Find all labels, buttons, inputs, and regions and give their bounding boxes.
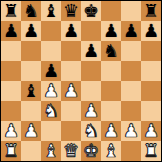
square-g7[interactable]: ♟: [121, 21, 141, 41]
white-pawn-a2[interactable]: ♟: [3, 121, 19, 141]
square-d4[interactable]: ♟: [61, 81, 81, 101]
black-knight-b8[interactable]: ♞: [23, 1, 39, 21]
square-b1[interactable]: [21, 141, 41, 161]
black-pawn-c5[interactable]: ♟: [43, 61, 59, 81]
white-rook-a1[interactable]: ♜: [3, 141, 19, 161]
white-knight-c3[interactable]: ♞: [43, 101, 59, 121]
square-c6[interactable]: [41, 41, 61, 61]
white-king-e1[interactable]: ♚: [83, 141, 99, 161]
white-pawn-h2[interactable]: ♟: [143, 121, 159, 141]
black-bishop-b4[interactable]: ♝: [23, 81, 39, 101]
white-queen-d1[interactable]: ♛: [63, 141, 79, 161]
square-c1[interactable]: ♝: [41, 141, 61, 161]
white-pawn-b2[interactable]: ♟: [23, 121, 39, 141]
square-h4[interactable]: [141, 81, 161, 101]
black-pawn-f7[interactable]: ♟: [103, 21, 119, 41]
white-pawn-d4[interactable]: ♟: [63, 81, 79, 101]
white-knight-e2[interactable]: ♞: [83, 121, 99, 141]
square-a1[interactable]: ♜: [1, 141, 21, 161]
square-e8[interactable]: ♚: [81, 1, 101, 21]
square-g5[interactable]: [121, 61, 141, 81]
square-g3[interactable]: [121, 101, 141, 121]
square-c3[interactable]: ♞: [41, 101, 61, 121]
white-pawn-c4[interactable]: ♟: [43, 81, 59, 101]
square-e2[interactable]: ♞: [81, 121, 101, 141]
square-f3[interactable]: [101, 101, 121, 121]
square-g8[interactable]: [121, 1, 141, 21]
square-a7[interactable]: ♟: [1, 21, 21, 41]
square-c4[interactable]: ♟: [41, 81, 61, 101]
square-h1[interactable]: ♜: [141, 141, 161, 161]
square-e5[interactable]: [81, 61, 101, 81]
square-f4[interactable]: [101, 81, 121, 101]
square-d3[interactable]: [61, 101, 81, 121]
square-a2[interactable]: ♟: [1, 121, 21, 141]
black-queen-d8[interactable]: ♛: [63, 1, 79, 21]
square-f8[interactable]: [101, 1, 121, 21]
black-rook-h8[interactable]: ♜: [143, 1, 159, 21]
square-f1[interactable]: ♝: [101, 141, 121, 161]
white-pawn-f2[interactable]: ♟: [103, 121, 119, 141]
square-a8[interactable]: ♜: [1, 1, 21, 21]
chess-board: ♜♞♝♛♚♜♟♟♟♟♟♟♟♞♟♝♟♟♞♟♟♟♞♟♟♟♜♝♛♚♝♜: [1, 1, 161, 161]
square-h5[interactable]: [141, 61, 161, 81]
square-a6[interactable]: [1, 41, 21, 61]
square-d8[interactable]: ♛: [61, 1, 81, 21]
square-g1[interactable]: [121, 141, 141, 161]
black-pawn-d7[interactable]: ♟: [63, 21, 79, 41]
square-c2[interactable]: [41, 121, 61, 141]
square-f2[interactable]: ♟: [101, 121, 121, 141]
square-d5[interactable]: [61, 61, 81, 81]
square-g2[interactable]: ♟: [121, 121, 141, 141]
square-c7[interactable]: [41, 21, 61, 41]
square-e7[interactable]: [81, 21, 101, 41]
square-h2[interactable]: ♟: [141, 121, 161, 141]
white-rook-h1[interactable]: ♜: [143, 141, 159, 161]
square-f5[interactable]: [101, 61, 121, 81]
square-a5[interactable]: [1, 61, 21, 81]
square-b3[interactable]: [21, 101, 41, 121]
white-bishop-c1[interactable]: ♝: [43, 141, 59, 161]
black-bishop-c8[interactable]: ♝: [43, 1, 59, 21]
square-e4[interactable]: [81, 81, 101, 101]
square-e3[interactable]: ♟: [81, 101, 101, 121]
square-a4[interactable]: [1, 81, 21, 101]
square-g4[interactable]: [121, 81, 141, 101]
square-d7[interactable]: ♟: [61, 21, 81, 41]
black-knight-f6[interactable]: ♞: [103, 41, 119, 61]
square-d6[interactable]: [61, 41, 81, 61]
square-c8[interactable]: ♝: [41, 1, 61, 21]
square-g6[interactable]: [121, 41, 141, 61]
square-f6[interactable]: ♞: [101, 41, 121, 61]
square-b4[interactable]: ♝: [21, 81, 41, 101]
square-b6[interactable]: [21, 41, 41, 61]
square-h6[interactable]: [141, 41, 161, 61]
black-pawn-e6[interactable]: ♟: [83, 41, 99, 61]
square-h8[interactable]: ♜: [141, 1, 161, 21]
square-d2[interactable]: [61, 121, 81, 141]
black-pawn-b7[interactable]: ♟: [23, 21, 39, 41]
square-b8[interactable]: ♞: [21, 1, 41, 21]
square-h7[interactable]: ♟: [141, 21, 161, 41]
square-c5[interactable]: ♟: [41, 61, 61, 81]
square-e6[interactable]: ♟: [81, 41, 101, 61]
chess-board-frame: ♜♞♝♛♚♜♟♟♟♟♟♟♟♞♟♝♟♟♞♟♟♟♞♟♟♟♜♝♛♚♝♜: [0, 0, 162, 162]
black-pawn-a7[interactable]: ♟: [3, 21, 19, 41]
black-pawn-g7[interactable]: ♟: [123, 21, 139, 41]
square-d1[interactable]: ♛: [61, 141, 81, 161]
white-pawn-e3[interactable]: ♟: [83, 101, 99, 121]
square-h3[interactable]: [141, 101, 161, 121]
square-f7[interactable]: ♟: [101, 21, 121, 41]
black-pawn-h7[interactable]: ♟: [143, 21, 159, 41]
square-b2[interactable]: ♟: [21, 121, 41, 141]
square-a3[interactable]: [1, 101, 21, 121]
white-pawn-g2[interactable]: ♟: [123, 121, 139, 141]
black-rook-a8[interactable]: ♜: [3, 1, 19, 21]
square-b7[interactable]: ♟: [21, 21, 41, 41]
square-e1[interactable]: ♚: [81, 141, 101, 161]
white-bishop-f1[interactable]: ♝: [103, 141, 119, 161]
black-king-e8[interactable]: ♚: [83, 1, 99, 21]
square-b5[interactable]: [21, 61, 41, 81]
